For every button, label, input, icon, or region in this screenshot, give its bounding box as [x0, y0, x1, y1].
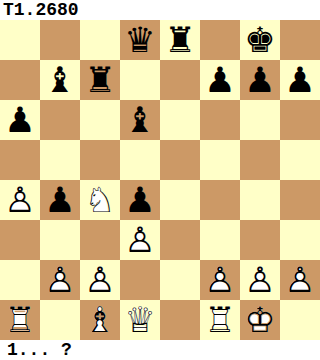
square-c1[interactable]: ♝♗ [80, 300, 120, 340]
square-b6[interactable] [40, 100, 80, 140]
square-c7[interactable]: ♜ [80, 60, 120, 100]
square-h2[interactable]: ♟♙ [280, 260, 320, 300]
square-e4[interactable] [160, 180, 200, 220]
square-b3[interactable] [40, 220, 80, 260]
square-h4[interactable] [280, 180, 320, 220]
square-g6[interactable] [240, 100, 280, 140]
square-f4[interactable] [200, 180, 240, 220]
square-g1[interactable]: ♚♔ [240, 300, 280, 340]
square-g8[interactable]: ♚ [240, 20, 280, 60]
black-bishop[interactable]: ♝ [40, 60, 80, 100]
square-b4[interactable]: ♟ [40, 180, 80, 220]
square-e7[interactable] [160, 60, 200, 100]
black-pawn[interactable]: ♟ [40, 180, 80, 220]
square-d1[interactable]: ♛♕ [120, 300, 160, 340]
white-rook[interactable]: ♖ [200, 300, 240, 340]
square-e5[interactable] [160, 140, 200, 180]
black-pawn[interactable]: ♟ [200, 60, 240, 100]
black-bishop[interactable]: ♝ [120, 100, 160, 140]
square-f1[interactable]: ♜♖ [200, 300, 240, 340]
puzzle-id-label: T1.2680 [3, 0, 79, 20]
square-d5[interactable] [120, 140, 160, 180]
square-g2[interactable]: ♟♙ [240, 260, 280, 300]
black-pawn[interactable]: ♟ [240, 60, 280, 100]
chess-puzzle-app: T1.2680 ♛♜♚♝♜♟♟♟♟♝♟♙♟♞♘♟♟♙♟♙♟♙♟♙♟♙♟♙♜♖♝♗… [0, 0, 320, 360]
black-pawn[interactable]: ♟ [120, 180, 160, 220]
square-c4[interactable]: ♞♘ [80, 180, 120, 220]
white-pawn[interactable]: ♙ [240, 260, 280, 300]
square-c6[interactable] [80, 100, 120, 140]
white-rook[interactable]: ♖ [0, 300, 40, 340]
square-b7[interactable]: ♝ [40, 60, 80, 100]
white-queen[interactable]: ♕ [120, 300, 160, 340]
square-a1[interactable]: ♜♖ [0, 300, 40, 340]
square-b2[interactable]: ♟♙ [40, 260, 80, 300]
square-c8[interactable] [80, 20, 120, 60]
white-pawn[interactable]: ♙ [40, 260, 80, 300]
square-g5[interactable] [240, 140, 280, 180]
white-pawn[interactable]: ♙ [0, 180, 40, 220]
square-g7[interactable]: ♟ [240, 60, 280, 100]
white-king[interactable]: ♔ [240, 300, 280, 340]
square-a3[interactable] [0, 220, 40, 260]
square-c2[interactable]: ♟♙ [80, 260, 120, 300]
black-rook[interactable]: ♜ [80, 60, 120, 100]
square-e1[interactable] [160, 300, 200, 340]
square-f3[interactable] [200, 220, 240, 260]
square-f6[interactable] [200, 100, 240, 140]
black-queen[interactable]: ♛ [120, 20, 160, 60]
square-b5[interactable] [40, 140, 80, 180]
square-d7[interactable] [120, 60, 160, 100]
square-d4[interactable]: ♟ [120, 180, 160, 220]
square-d8[interactable]: ♛ [120, 20, 160, 60]
black-rook[interactable]: ♜ [160, 20, 200, 60]
white-pawn[interactable]: ♙ [80, 260, 120, 300]
square-a7[interactable] [0, 60, 40, 100]
white-knight[interactable]: ♘ [80, 180, 120, 220]
status-bar: 1... ? [0, 340, 320, 360]
square-h3[interactable] [280, 220, 320, 260]
square-a8[interactable] [0, 20, 40, 60]
square-e6[interactable] [160, 100, 200, 140]
square-b1[interactable] [40, 300, 80, 340]
square-d6[interactable]: ♝ [120, 100, 160, 140]
square-f5[interactable] [200, 140, 240, 180]
white-pawn[interactable]: ♙ [120, 220, 160, 260]
square-h5[interactable] [280, 140, 320, 180]
square-g4[interactable] [240, 180, 280, 220]
white-pawn[interactable]: ♙ [280, 260, 320, 300]
square-d2[interactable] [120, 260, 160, 300]
black-pawn[interactable]: ♟ [280, 60, 320, 100]
square-c3[interactable] [80, 220, 120, 260]
title-bar: T1.2680 [0, 0, 320, 20]
square-e3[interactable] [160, 220, 200, 260]
square-a2[interactable] [0, 260, 40, 300]
white-pawn[interactable]: ♙ [200, 260, 240, 300]
square-a5[interactable] [0, 140, 40, 180]
square-h7[interactable]: ♟ [280, 60, 320, 100]
square-h6[interactable] [280, 100, 320, 140]
square-f7[interactable]: ♟ [200, 60, 240, 100]
square-e2[interactable] [160, 260, 200, 300]
square-a4[interactable]: ♟♙ [0, 180, 40, 220]
square-h1[interactable] [280, 300, 320, 340]
square-g3[interactable] [240, 220, 280, 260]
square-f8[interactable] [200, 20, 240, 60]
square-f2[interactable]: ♟♙ [200, 260, 240, 300]
square-e8[interactable]: ♜ [160, 20, 200, 60]
move-prompt-label: 1... ? [7, 340, 72, 360]
square-c5[interactable] [80, 140, 120, 180]
square-b8[interactable] [40, 20, 80, 60]
square-d3[interactable]: ♟♙ [120, 220, 160, 260]
chess-board: ♛♜♚♝♜♟♟♟♟♝♟♙♟♞♘♟♟♙♟♙♟♙♟♙♟♙♟♙♜♖♝♗♛♕♜♖♚♔ [0, 20, 320, 340]
square-a6[interactable]: ♟ [0, 100, 40, 140]
black-king[interactable]: ♚ [240, 20, 280, 60]
black-pawn[interactable]: ♟ [0, 100, 40, 140]
square-h8[interactable] [280, 20, 320, 60]
white-bishop[interactable]: ♗ [80, 300, 120, 340]
